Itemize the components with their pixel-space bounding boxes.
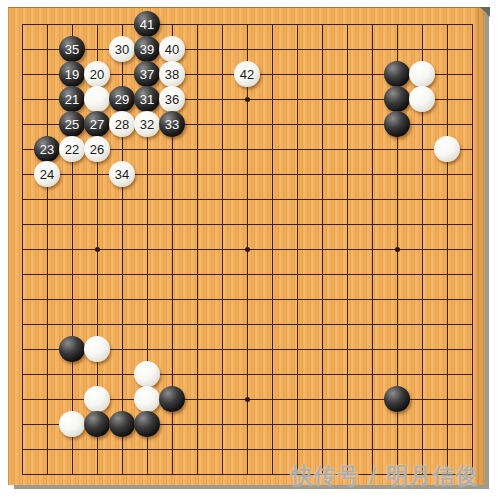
move-number: 30	[115, 43, 129, 56]
move-number: 23	[40, 143, 54, 156]
stone-black	[59, 336, 85, 362]
stone-white	[84, 386, 110, 412]
stone-white	[434, 136, 460, 162]
stone-white	[84, 336, 110, 362]
star-point	[245, 97, 250, 102]
stone-black	[384, 61, 410, 87]
stone-black-27: 27	[84, 111, 110, 137]
grid-line-v	[372, 24, 373, 475]
move-number: 19	[65, 68, 79, 81]
move-number: 26	[90, 143, 104, 156]
stone-black-29: 29	[109, 86, 135, 112]
stone-white	[84, 86, 110, 112]
star-point	[395, 247, 400, 252]
star-point	[95, 247, 100, 252]
stone-black	[384, 386, 410, 412]
stone-black-31: 31	[134, 86, 160, 112]
grid-line-h	[22, 274, 473, 275]
grid-line-v	[447, 24, 448, 475]
move-number: 25	[65, 118, 79, 131]
stone-black	[109, 411, 135, 437]
stone-white	[409, 61, 435, 87]
star-point	[245, 247, 250, 252]
stone-white-38: 38	[159, 61, 185, 87]
stone-white-36: 36	[159, 86, 185, 112]
page: 4135303940192037384221293136252728323323…	[0, 0, 500, 500]
move-number: 24	[40, 168, 54, 181]
stone-white	[134, 361, 160, 387]
move-number: 40	[165, 43, 179, 56]
stone-black	[84, 411, 110, 437]
move-number: 39	[140, 43, 154, 56]
stone-white	[134, 386, 160, 412]
stone-black-39: 39	[134, 36, 160, 62]
move-number: 28	[115, 118, 129, 131]
board-corner-notch	[480, 7, 490, 17]
move-number: 35	[65, 43, 79, 56]
stone-white-24: 24	[34, 161, 60, 187]
stone-black-33: 33	[159, 111, 185, 137]
move-number: 32	[140, 118, 154, 131]
stone-black	[384, 111, 410, 137]
stone-black-25: 25	[59, 111, 85, 137]
move-number: 31	[140, 93, 154, 106]
stone-white-30: 30	[109, 36, 135, 62]
star-point	[245, 397, 250, 402]
stone-white-22: 22	[59, 136, 85, 162]
grid-line-v	[347, 24, 348, 475]
stone-black-23: 23	[34, 136, 60, 162]
stone-white	[59, 411, 85, 437]
stone-black-35: 35	[59, 36, 85, 62]
stone-black	[384, 86, 410, 112]
move-number: 21	[65, 93, 79, 106]
grid-line-v	[297, 24, 298, 475]
grid-line-v	[272, 24, 273, 475]
stone-white-42: 42	[234, 61, 260, 87]
stone-white-28: 28	[109, 111, 135, 137]
move-number: 33	[165, 118, 179, 131]
grid-line-h	[22, 449, 473, 450]
grid-line-h	[22, 324, 473, 325]
stone-white-34: 34	[109, 161, 135, 187]
move-number: 36	[165, 93, 179, 106]
move-number: 29	[115, 93, 129, 106]
watermark-text: 快传号 / 明月信俊	[291, 461, 478, 491]
go-board: 4135303940192037384221293136252728323323…	[8, 7, 485, 485]
stone-white-32: 32	[134, 111, 160, 137]
stone-black-21: 21	[59, 86, 85, 112]
move-number: 34	[115, 168, 129, 181]
move-number: 20	[90, 68, 104, 81]
stone-black-41: 41	[134, 11, 160, 37]
move-number: 37	[140, 68, 154, 81]
stone-black	[159, 386, 185, 412]
move-number: 41	[140, 18, 154, 31]
grid-line-h	[22, 374, 473, 375]
move-number: 38	[165, 68, 179, 81]
grid-line-v	[472, 24, 473, 475]
stone-white-20: 20	[84, 61, 110, 87]
move-number: 22	[65, 143, 79, 156]
move-number: 42	[240, 68, 254, 81]
stone-white-40: 40	[159, 36, 185, 62]
move-number: 27	[90, 118, 104, 131]
stone-black-19: 19	[59, 61, 85, 87]
stone-black	[134, 411, 160, 437]
grid-line-v	[322, 24, 323, 475]
stone-white-26: 26	[84, 136, 110, 162]
stone-white	[409, 86, 435, 112]
grid-line-h	[22, 299, 473, 300]
stone-black-37: 37	[134, 61, 160, 87]
